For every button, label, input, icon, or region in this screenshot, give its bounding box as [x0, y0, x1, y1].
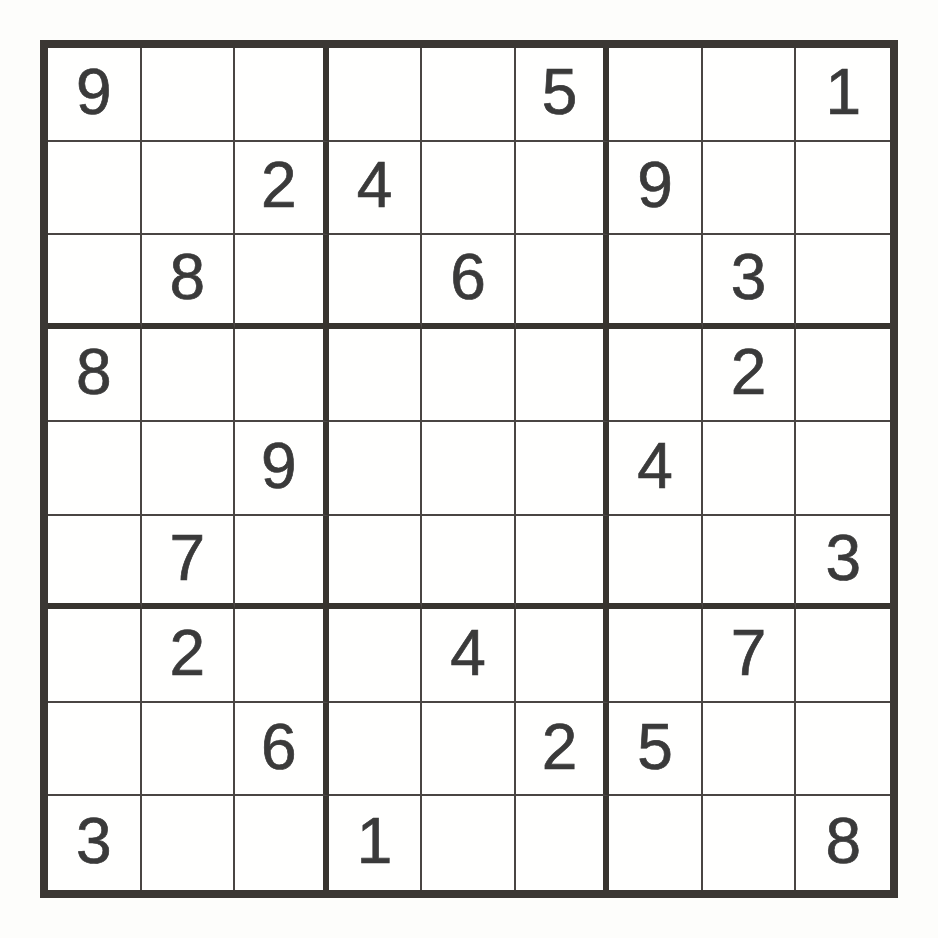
given-digit: 7 — [170, 526, 206, 590]
cell-r7c5[interactable]: 4 — [422, 609, 516, 703]
cell-r3c1[interactable] — [48, 235, 142, 329]
cell-r8c7[interactable]: 5 — [609, 703, 703, 797]
given-digit: 5 — [637, 715, 673, 779]
cell-r3c4[interactable] — [329, 235, 423, 329]
cell-r3c7[interactable] — [609, 235, 703, 329]
cell-r5c8[interactable] — [703, 422, 797, 516]
cell-r4c2[interactable] — [142, 329, 236, 423]
given-digit: 2 — [542, 715, 578, 779]
cell-r1c2[interactable] — [142, 48, 236, 142]
cell-r9c9[interactable]: 8 — [796, 796, 890, 890]
cell-r5c3[interactable]: 9 — [235, 422, 329, 516]
cell-r7c8[interactable]: 7 — [703, 609, 797, 703]
given-digit: 4 — [357, 153, 393, 217]
cell-r2c4[interactable]: 4 — [329, 142, 423, 236]
cell-r2c7[interactable]: 9 — [609, 142, 703, 236]
cell-r8c5[interactable] — [422, 703, 516, 797]
given-digit: 2 — [261, 153, 297, 217]
cell-r5c4[interactable] — [329, 422, 423, 516]
cell-r2c9[interactable] — [796, 142, 890, 236]
cell-r8c4[interactable] — [329, 703, 423, 797]
cell-r3c9[interactable] — [796, 235, 890, 329]
cell-r2c1[interactable] — [48, 142, 142, 236]
cell-r4c9[interactable] — [796, 329, 890, 423]
given-digit: 1 — [825, 60, 861, 124]
cell-r1c1[interactable]: 9 — [48, 48, 142, 142]
cell-r6c7[interactable] — [609, 516, 703, 610]
cell-r6c2[interactable]: 7 — [142, 516, 236, 610]
cell-r9c1[interactable]: 3 — [48, 796, 142, 890]
cell-r6c1[interactable] — [48, 516, 142, 610]
cell-r5c1[interactable] — [48, 422, 142, 516]
cell-r4c8[interactable]: 2 — [703, 329, 797, 423]
cell-r1c9[interactable]: 1 — [796, 48, 890, 142]
given-digit: 1 — [357, 809, 393, 873]
cell-r1c4[interactable] — [329, 48, 423, 142]
given-digit: 4 — [637, 434, 673, 498]
cell-r7c6[interactable] — [516, 609, 610, 703]
given-digit: 3 — [731, 245, 767, 309]
cell-r5c7[interactable]: 4 — [609, 422, 703, 516]
cell-r8c8[interactable] — [703, 703, 797, 797]
cell-r8c1[interactable] — [48, 703, 142, 797]
sudoku-board: 951249863829473247625318 — [40, 40, 898, 898]
cell-r2c6[interactable] — [516, 142, 610, 236]
cell-r7c9[interactable] — [796, 609, 890, 703]
given-digit: 3 — [76, 809, 112, 873]
cell-r9c3[interactable] — [235, 796, 329, 890]
cell-r4c1[interactable]: 8 — [48, 329, 142, 423]
cell-r9c7[interactable] — [609, 796, 703, 890]
cell-r5c2[interactable] — [142, 422, 236, 516]
cell-r6c6[interactable] — [516, 516, 610, 610]
given-digit: 7 — [731, 621, 767, 685]
scanned-puzzle-page: 951249863829473247625318 — [0, 0, 938, 938]
cell-r2c2[interactable] — [142, 142, 236, 236]
cell-r7c2[interactable]: 2 — [142, 609, 236, 703]
cell-r3c8[interactable]: 3 — [703, 235, 797, 329]
cell-r3c2[interactable]: 8 — [142, 235, 236, 329]
given-digit: 8 — [76, 340, 112, 404]
given-digit: 2 — [170, 621, 206, 685]
cell-r3c6[interactable] — [516, 235, 610, 329]
given-digit: 6 — [450, 245, 486, 309]
cell-r5c5[interactable] — [422, 422, 516, 516]
cell-r7c1[interactable] — [48, 609, 142, 703]
cell-r9c8[interactable] — [703, 796, 797, 890]
cell-r2c3[interactable]: 2 — [235, 142, 329, 236]
cell-r9c4[interactable]: 1 — [329, 796, 423, 890]
cell-r3c5[interactable]: 6 — [422, 235, 516, 329]
cell-r7c3[interactable] — [235, 609, 329, 703]
cell-r1c3[interactable] — [235, 48, 329, 142]
cell-r8c3[interactable]: 6 — [235, 703, 329, 797]
given-digit: 8 — [170, 245, 206, 309]
cell-r4c7[interactable] — [609, 329, 703, 423]
cell-r8c9[interactable] — [796, 703, 890, 797]
cell-r1c7[interactable] — [609, 48, 703, 142]
cell-r8c2[interactable] — [142, 703, 236, 797]
cell-r1c5[interactable] — [422, 48, 516, 142]
given-digit: 4 — [450, 621, 486, 685]
given-digit: 8 — [825, 809, 861, 873]
cell-r1c6[interactable]: 5 — [516, 48, 610, 142]
cell-r6c8[interactable] — [703, 516, 797, 610]
cell-r4c4[interactable] — [329, 329, 423, 423]
cell-r5c6[interactable] — [516, 422, 610, 516]
given-digit: 5 — [542, 60, 578, 124]
cell-r6c9[interactable]: 3 — [796, 516, 890, 610]
cell-r7c7[interactable] — [609, 609, 703, 703]
cell-r6c4[interactable] — [329, 516, 423, 610]
cell-r8c6[interactable]: 2 — [516, 703, 610, 797]
cell-r6c3[interactable] — [235, 516, 329, 610]
cell-r1c8[interactable] — [703, 48, 797, 142]
given-digit: 6 — [261, 715, 297, 779]
cell-r5c9[interactable] — [796, 422, 890, 516]
cell-r2c5[interactable] — [422, 142, 516, 236]
given-digit: 2 — [731, 340, 767, 404]
given-digit: 3 — [825, 526, 861, 590]
cell-r4c3[interactable] — [235, 329, 329, 423]
cell-r9c6[interactable] — [516, 796, 610, 890]
given-digit: 9 — [261, 434, 297, 498]
cell-r3c3[interactable] — [235, 235, 329, 329]
cell-r2c8[interactable] — [703, 142, 797, 236]
given-digit: 9 — [76, 60, 112, 124]
cell-r4c5[interactable] — [422, 329, 516, 423]
given-digit: 9 — [637, 153, 673, 217]
cell-r4c6[interactable] — [516, 329, 610, 423]
cell-r9c5[interactable] — [422, 796, 516, 890]
cell-r6c5[interactable] — [422, 516, 516, 610]
cell-r7c4[interactable] — [329, 609, 423, 703]
cell-r9c2[interactable] — [142, 796, 236, 890]
